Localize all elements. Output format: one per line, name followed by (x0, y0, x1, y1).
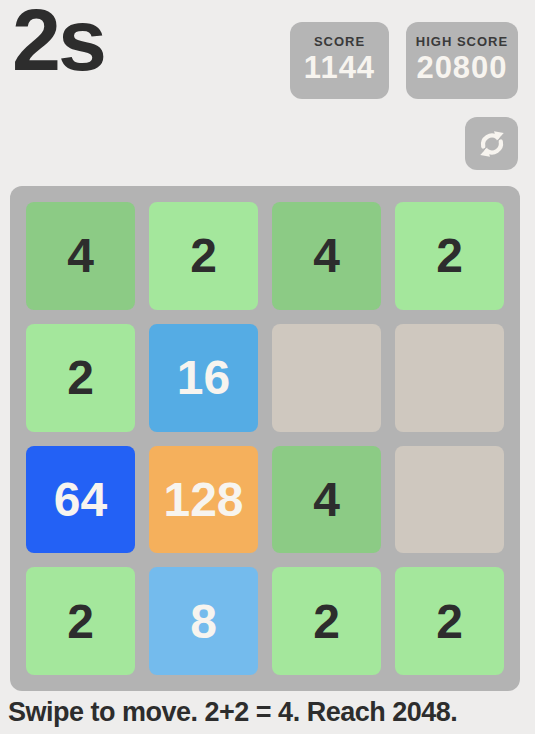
tile-2: 2 (395, 567, 504, 675)
refresh-icon (477, 129, 507, 159)
tile-4: 4 (272, 202, 381, 310)
empty-cell (272, 324, 381, 432)
high-score-value: 20800 (416, 50, 507, 86)
page-title: 2s (12, 0, 104, 93)
tile-4: 4 (26, 202, 135, 310)
instructions-text: Swipe to move. 2+2 = 4. Reach 2048. (8, 697, 535, 728)
empty-cell (395, 446, 504, 554)
tile-2: 2 (149, 202, 258, 310)
tile-2: 2 (26, 324, 135, 432)
tile-8: 8 (149, 567, 258, 675)
board[interactable]: 42422166412842822 (10, 186, 520, 691)
tile-16: 16 (149, 324, 258, 432)
restart-button[interactable] (465, 117, 518, 170)
tile-4: 4 (272, 446, 381, 554)
tile-128: 128 (149, 446, 258, 554)
score-box: SCORE 1144 (290, 22, 389, 99)
tile-2: 2 (26, 567, 135, 675)
high-score-box: HIGH SCORE 20800 (406, 22, 518, 99)
high-score-label: HIGH SCORE (416, 34, 508, 49)
score-label: SCORE (314, 34, 365, 49)
tile-2: 2 (395, 202, 504, 310)
tile-2: 2 (272, 567, 381, 675)
score-value: 1144 (304, 50, 375, 86)
tile-64: 64 (26, 446, 135, 554)
empty-cell (395, 324, 504, 432)
